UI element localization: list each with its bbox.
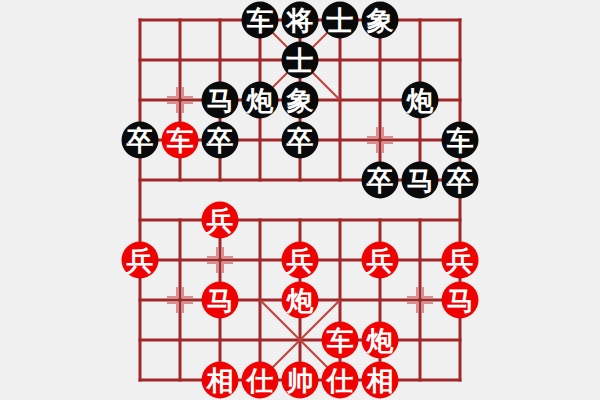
piece-black-horse[interactable]: 马	[402, 162, 439, 199]
xiangqi-board[interactable]: 车将士象士马炮象炮卒卒卒车卒马卒车兵兵兵兵兵马炮马车炮相仕帅仕相	[0, 0, 600, 400]
piece-red-advisor[interactable]: 仕	[322, 362, 359, 399]
piece-red-general[interactable]: 帅	[282, 362, 319, 399]
piece-red-cannon[interactable]: 炮	[362, 322, 399, 359]
piece-black-general[interactable]: 将	[282, 2, 319, 39]
piece-red-horse[interactable]: 马	[442, 282, 479, 319]
piece-black-cannon[interactable]: 炮	[242, 82, 279, 119]
piece-black-soldier[interactable]: 卒	[362, 162, 399, 199]
piece-red-horse[interactable]: 马	[202, 282, 239, 319]
piece-black-advisor[interactable]: 士	[322, 2, 359, 39]
piece-red-soldier[interactable]: 兵	[122, 242, 159, 279]
piece-black-soldier[interactable]: 卒	[202, 122, 239, 159]
piece-red-cannon[interactable]: 炮	[282, 282, 319, 319]
piece-red-advisor[interactable]: 仕	[242, 362, 279, 399]
piece-black-chariot[interactable]: 车	[242, 2, 279, 39]
piece-black-advisor[interactable]: 士	[282, 42, 319, 79]
piece-black-soldier[interactable]: 卒	[282, 122, 319, 159]
piece-black-elephant[interactable]: 象	[362, 2, 399, 39]
piece-black-elephant[interactable]: 象	[282, 82, 319, 119]
piece-black-soldier[interactable]: 卒	[442, 162, 479, 199]
piece-black-horse[interactable]: 马	[202, 82, 239, 119]
piece-black-chariot[interactable]: 车	[442, 122, 479, 159]
piece-red-chariot[interactable]: 车	[162, 122, 199, 159]
piece-black-cannon[interactable]: 炮	[402, 82, 439, 119]
piece-red-soldier[interactable]: 兵	[362, 242, 399, 279]
piece-red-chariot[interactable]: 车	[322, 322, 359, 359]
piece-black-soldier[interactable]: 卒	[122, 122, 159, 159]
piece-red-elephant[interactable]: 相	[362, 362, 399, 399]
piece-red-soldier[interactable]: 兵	[282, 242, 319, 279]
piece-red-soldier[interactable]: 兵	[202, 202, 239, 239]
piece-red-elephant[interactable]: 相	[202, 362, 239, 399]
piece-red-soldier[interactable]: 兵	[442, 242, 479, 279]
